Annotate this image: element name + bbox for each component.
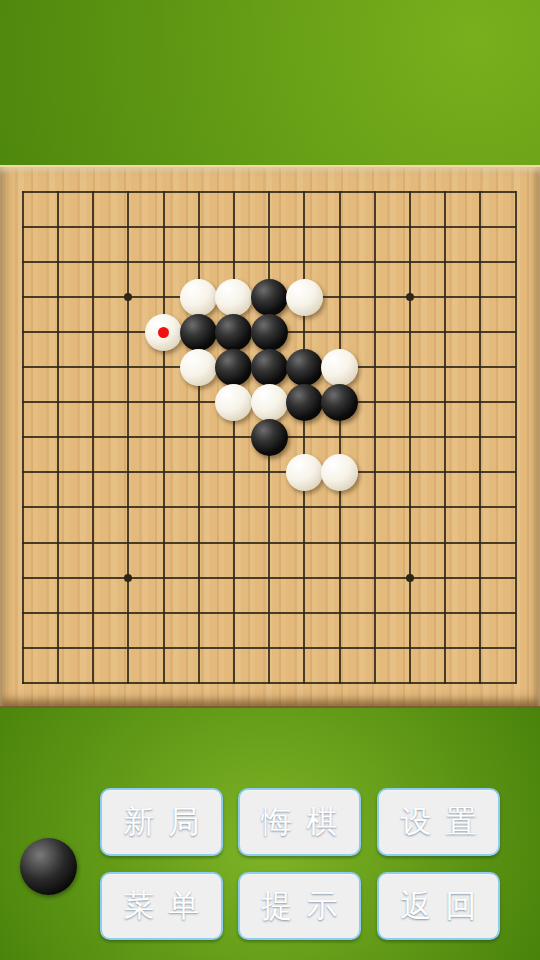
grid-line-horizontal — [22, 506, 517, 508]
black-stone — [215, 349, 252, 386]
black-stone — [286, 384, 323, 421]
grid-line-horizontal — [22, 647, 517, 649]
new-game-button[interactable]: 新局 — [100, 788, 223, 856]
new-game-button-label: 新局 — [124, 801, 214, 843]
white-stone — [321, 454, 358, 491]
last-move-marker — [158, 327, 169, 338]
black-stone — [180, 314, 217, 351]
grid-line-vertical — [444, 191, 446, 684]
turn-indicator-black-stone — [20, 838, 77, 895]
white-stone — [286, 454, 323, 491]
grid-line-horizontal — [22, 682, 517, 684]
grid-line-vertical — [409, 191, 411, 684]
black-stone — [321, 384, 358, 421]
undo-button-label: 悔棋 — [262, 801, 352, 843]
star-point — [406, 574, 414, 582]
black-stone — [251, 349, 288, 386]
white-stone — [215, 384, 252, 421]
grid-line-vertical — [339, 191, 341, 684]
menu-button-label: 菜单 — [124, 885, 214, 927]
black-stone — [251, 314, 288, 351]
back-button[interactable]: 返回 — [377, 872, 500, 940]
settings-button-label: 设置 — [401, 801, 491, 843]
grid-line-vertical — [374, 191, 376, 684]
star-point — [124, 293, 132, 301]
black-stone — [251, 419, 288, 456]
app-screen: 新局 悔棋 设置 菜单 提示 返回 — [0, 0, 540, 960]
hint-button[interactable]: 提示 — [238, 872, 361, 940]
grid-line-vertical — [303, 191, 305, 684]
grid-line-horizontal — [22, 471, 517, 473]
grid-line-vertical — [479, 191, 481, 684]
undo-button[interactable]: 悔棋 — [238, 788, 361, 856]
gomoku-board[interactable] — [0, 165, 540, 708]
black-stone — [286, 349, 323, 386]
white-stone — [180, 279, 217, 316]
star-point — [124, 574, 132, 582]
settings-button[interactable]: 设置 — [377, 788, 500, 856]
white-stone — [180, 349, 217, 386]
grid-line-horizontal — [22, 577, 517, 579]
white-stone — [286, 279, 323, 316]
grid-line-horizontal — [22, 612, 517, 614]
back-button-label: 返回 — [401, 885, 491, 927]
menu-button[interactable]: 菜单 — [100, 872, 223, 940]
white-stone — [215, 279, 252, 316]
star-point — [406, 293, 414, 301]
white-stone — [251, 384, 288, 421]
white-stone — [321, 349, 358, 386]
black-stone — [215, 314, 252, 351]
hint-button-label: 提示 — [262, 885, 352, 927]
grid-line-horizontal — [22, 542, 517, 544]
grid-line-vertical — [515, 191, 517, 684]
black-stone — [251, 279, 288, 316]
